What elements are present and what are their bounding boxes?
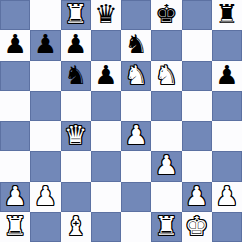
white-knight-piece[interactable]: ♞	[155, 62, 178, 88]
square-g4[interactable]	[182, 121, 212, 151]
square-g7[interactable]	[182, 30, 212, 60]
black-knight-piece[interactable]: ♞	[124, 31, 147, 57]
square-f1[interactable]: ♜	[151, 212, 181, 242]
square-g8[interactable]	[182, 0, 212, 30]
square-f3[interactable]: ♟	[151, 151, 181, 181]
square-b6[interactable]	[30, 61, 60, 91]
square-f2[interactable]	[151, 182, 181, 212]
square-d2[interactable]	[91, 182, 121, 212]
square-h4[interactable]	[212, 121, 242, 151]
white-rook-piece[interactable]: ♜	[155, 213, 178, 239]
square-g3[interactable]	[182, 151, 212, 181]
square-b5[interactable]	[30, 91, 60, 121]
square-a8[interactable]	[0, 0, 30, 30]
square-b3[interactable]	[30, 151, 60, 181]
square-f8[interactable]: ♚	[151, 0, 181, 30]
square-b1[interactable]	[30, 212, 60, 242]
black-pawn-piece[interactable]: ♟	[34, 31, 57, 57]
square-f5[interactable]	[151, 91, 181, 121]
square-a1[interactable]: ♜	[0, 212, 30, 242]
square-h6[interactable]: ♟	[212, 61, 242, 91]
square-c4[interactable]: ♛	[61, 121, 91, 151]
black-pawn-piece[interactable]: ♟	[64, 31, 87, 57]
square-c2[interactable]	[61, 182, 91, 212]
square-d3[interactable]	[91, 151, 121, 181]
black-pawn-piece[interactable]: ♟	[94, 62, 117, 88]
square-g6[interactable]	[182, 61, 212, 91]
square-f7[interactable]	[151, 30, 181, 60]
white-pawn-piece[interactable]: ♟	[185, 183, 208, 209]
black-pawn-piece[interactable]: ♟	[3, 31, 26, 57]
square-e8[interactable]	[121, 0, 151, 30]
square-d7[interactable]	[91, 30, 121, 60]
square-h2[interactable]: ♟	[212, 182, 242, 212]
square-c8[interactable]: ♜	[61, 0, 91, 30]
square-e3[interactable]	[121, 151, 151, 181]
white-queen-piece[interactable]: ♛	[64, 122, 87, 148]
square-h8[interactable]: ♜	[212, 0, 242, 30]
white-pawn-piece[interactable]: ♟	[215, 183, 238, 209]
square-h1[interactable]	[212, 212, 242, 242]
white-king-piece[interactable]: ♚	[185, 213, 208, 239]
square-c5[interactable]	[61, 91, 91, 121]
square-h5[interactable]	[212, 91, 242, 121]
square-c6[interactable]: ♞	[61, 61, 91, 91]
square-d1[interactable]	[91, 212, 121, 242]
square-g5[interactable]	[182, 91, 212, 121]
black-queen-piece[interactable]: ♛	[94, 1, 117, 27]
square-d6[interactable]: ♟	[91, 61, 121, 91]
black-pawn-piece[interactable]: ♟	[215, 62, 238, 88]
square-b2[interactable]: ♟	[30, 182, 60, 212]
white-rook-piece[interactable]: ♜	[64, 1, 87, 27]
white-rook-piece[interactable]: ♜	[3, 213, 26, 239]
white-pawn-piece[interactable]: ♟	[155, 152, 178, 178]
chess-board: ♜♛♚♜♟♟♟♞♞♟♞♞♟♛♟♟♟♟♟♟♜♝♜♚	[0, 0, 242, 242]
square-a4[interactable]	[0, 121, 30, 151]
square-c7[interactable]: ♟	[61, 30, 91, 60]
white-knight-piece[interactable]: ♞	[124, 62, 147, 88]
square-c3[interactable]	[61, 151, 91, 181]
square-e2[interactable]	[121, 182, 151, 212]
square-h3[interactable]	[212, 151, 242, 181]
white-pawn-piece[interactable]: ♟	[3, 183, 26, 209]
square-d4[interactable]	[91, 121, 121, 151]
square-g1[interactable]: ♚	[182, 212, 212, 242]
square-a6[interactable]	[0, 61, 30, 91]
square-e6[interactable]: ♞	[121, 61, 151, 91]
square-b4[interactable]	[30, 121, 60, 151]
black-rook-piece[interactable]: ♜	[215, 1, 238, 27]
square-e7[interactable]: ♞	[121, 30, 151, 60]
square-e5[interactable]	[121, 91, 151, 121]
white-bishop-piece[interactable]: ♝	[64, 213, 87, 239]
black-king-piece[interactable]: ♚	[155, 1, 178, 27]
square-e1[interactable]	[121, 212, 151, 242]
square-e4[interactable]: ♟	[121, 121, 151, 151]
square-a5[interactable]	[0, 91, 30, 121]
square-h7[interactable]	[212, 30, 242, 60]
square-f4[interactable]	[151, 121, 181, 151]
black-knight-piece[interactable]: ♞	[64, 62, 87, 88]
square-b7[interactable]: ♟	[30, 30, 60, 60]
square-d8[interactable]: ♛	[91, 0, 121, 30]
white-pawn-piece[interactable]: ♟	[34, 183, 57, 209]
square-c1[interactable]: ♝	[61, 212, 91, 242]
square-d5[interactable]	[91, 91, 121, 121]
square-b8[interactable]	[30, 0, 60, 30]
square-g2[interactable]: ♟	[182, 182, 212, 212]
square-a7[interactable]: ♟	[0, 30, 30, 60]
white-pawn-piece[interactable]: ♟	[124, 122, 147, 148]
square-a2[interactable]: ♟	[0, 182, 30, 212]
square-f6[interactable]: ♞	[151, 61, 181, 91]
square-a3[interactable]	[0, 151, 30, 181]
